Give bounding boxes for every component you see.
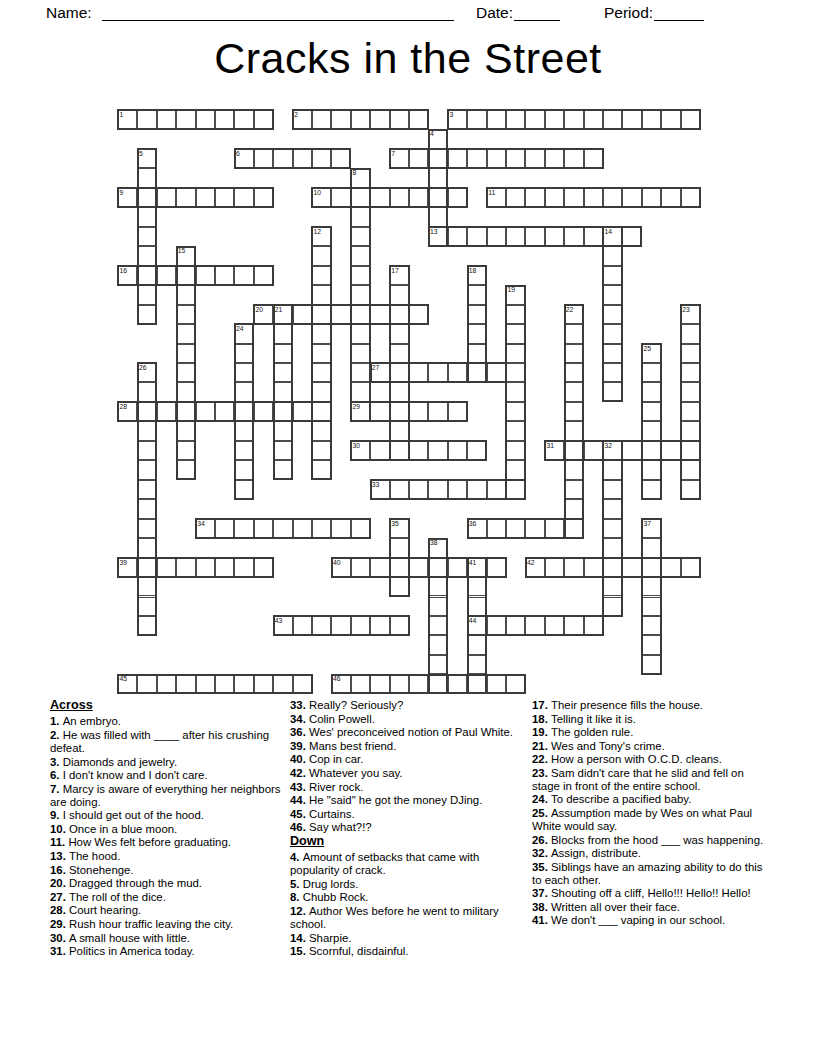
grid-cell[interactable] (506, 363, 525, 382)
grid-cell[interactable] (273, 324, 292, 343)
grid-cell[interactable] (506, 149, 525, 168)
grid-cell[interactable] (603, 577, 622, 596)
grid-cell[interactable] (312, 441, 331, 460)
grid-cell[interactable] (118, 402, 137, 421)
grid-cell[interactable] (331, 616, 350, 635)
grid-cell[interactable] (642, 344, 661, 363)
grid-cell[interactable] (564, 363, 583, 382)
grid-cell[interactable] (137, 305, 156, 324)
grid-cell[interactable] (448, 188, 467, 207)
grid-cell[interactable] (273, 149, 292, 168)
grid-cell[interactable] (564, 441, 583, 460)
grid-cell[interactable] (506, 421, 525, 440)
grid-cell[interactable] (137, 421, 156, 440)
grid-cell[interactable] (409, 149, 428, 168)
grid-cell[interactable] (176, 382, 195, 401)
grid-cell[interactable] (506, 480, 525, 499)
grid-cell[interactable] (196, 402, 215, 421)
grid-cell[interactable] (254, 305, 273, 324)
grid-cell[interactable] (312, 285, 331, 304)
grid-cell[interactable] (428, 655, 447, 674)
grid-cell[interactable] (467, 480, 486, 499)
grid-cell[interactable] (234, 421, 253, 440)
grid-cell[interactable] (545, 227, 564, 246)
grid-cell[interactable] (409, 402, 428, 421)
grid-cell[interactable] (564, 227, 583, 246)
grid-cell[interactable] (370, 674, 389, 693)
grid-cell[interactable] (215, 110, 234, 129)
grid-cell[interactable] (409, 188, 428, 207)
grid-cell[interactable] (409, 558, 428, 577)
grid-cell[interactable] (234, 460, 253, 479)
grid-cell[interactable] (137, 499, 156, 518)
grid-cell[interactable] (467, 441, 486, 460)
grid-cell[interactable] (390, 616, 409, 635)
grid-cell[interactable] (506, 110, 525, 129)
grid-cell[interactable] (525, 558, 544, 577)
grid-cell[interactable] (545, 110, 564, 129)
grid-cell[interactable] (273, 674, 292, 693)
grid-cell[interactable] (487, 363, 506, 382)
grid-cell[interactable] (176, 188, 195, 207)
grid-cell[interactable] (603, 266, 622, 285)
grid-cell[interactable] (312, 382, 331, 401)
grid-cell[interactable] (370, 441, 389, 460)
grid-cell[interactable] (681, 421, 700, 440)
grid-cell[interactable] (584, 441, 603, 460)
grid-cell[interactable] (390, 402, 409, 421)
grid-cell[interactable] (681, 363, 700, 382)
grid-cell[interactable] (603, 363, 622, 382)
grid-cell[interactable] (137, 616, 156, 635)
grid-cell[interactable] (525, 188, 544, 207)
grid-cell[interactable] (681, 324, 700, 343)
grid-cell[interactable] (448, 110, 467, 129)
grid-cell[interactable] (564, 480, 583, 499)
grid-cell[interactable] (234, 558, 253, 577)
grid-cell[interactable] (525, 110, 544, 129)
grid-cell[interactable] (137, 480, 156, 499)
grid-cell[interactable] (487, 519, 506, 538)
grid-cell[interactable] (351, 382, 370, 401)
grid-cell[interactable] (603, 305, 622, 324)
grid-cell[interactable] (390, 538, 409, 557)
grid-cell[interactable] (157, 188, 176, 207)
grid-cell[interactable] (234, 344, 253, 363)
grid-cell[interactable] (273, 441, 292, 460)
grid-cell[interactable] (273, 421, 292, 440)
grid-cell[interactable] (525, 149, 544, 168)
grid-cell[interactable] (351, 519, 370, 538)
grid-cell[interactable] (409, 305, 428, 324)
grid-cell[interactable] (564, 460, 583, 479)
grid-cell[interactable] (137, 674, 156, 693)
grid-cell[interactable] (137, 285, 156, 304)
grid-cell[interactable] (137, 382, 156, 401)
grid-cell[interactable] (351, 110, 370, 129)
grid-cell[interactable] (487, 480, 506, 499)
grid-cell[interactable] (603, 382, 622, 401)
grid-cell[interactable] (234, 480, 253, 499)
grid-cell[interactable] (118, 266, 137, 285)
grid-cell[interactable] (545, 188, 564, 207)
grid-cell[interactable] (331, 149, 350, 168)
grid-cell[interactable] (681, 188, 700, 207)
grid-cell[interactable] (506, 441, 525, 460)
grid-cell[interactable] (622, 441, 641, 460)
grid-cell[interactable] (118, 674, 137, 693)
grid-cell[interactable] (351, 344, 370, 363)
grid-cell[interactable] (564, 558, 583, 577)
grid-cell[interactable] (681, 441, 700, 460)
grid-cell[interactable] (293, 149, 312, 168)
grid-cell[interactable] (215, 188, 234, 207)
grid-cell[interactable] (622, 558, 641, 577)
grid-cell[interactable] (254, 519, 273, 538)
grid-cell[interactable] (506, 382, 525, 401)
grid-cell[interactable] (545, 149, 564, 168)
grid-cell[interactable] (409, 363, 428, 382)
grid-cell[interactable] (448, 674, 467, 693)
grid-cell[interactable] (157, 266, 176, 285)
grid-cell[interactable] (312, 149, 331, 168)
grid-cell[interactable] (467, 363, 486, 382)
grid-cell[interactable] (642, 363, 661, 382)
grid-cell[interactable] (642, 382, 661, 401)
grid-cell[interactable] (390, 577, 409, 596)
grid-cell[interactable] (351, 674, 370, 693)
grid-cell[interactable] (584, 149, 603, 168)
grid-cell[interactable] (351, 616, 370, 635)
grid-cell[interactable] (273, 305, 292, 324)
grid-cell[interactable] (603, 285, 622, 304)
grid-cell[interactable] (622, 227, 641, 246)
grid-cell[interactable] (234, 188, 253, 207)
grid-cell[interactable] (428, 674, 447, 693)
grid-cell[interactable] (448, 480, 467, 499)
grid-cell[interactable] (506, 188, 525, 207)
grid-cell[interactable] (564, 324, 583, 343)
grid-cell[interactable] (584, 188, 603, 207)
grid-cell[interactable] (525, 616, 544, 635)
grid-cell[interactable] (137, 460, 156, 479)
grid-cell[interactable] (351, 363, 370, 382)
grid-cell[interactable] (351, 207, 370, 226)
grid-cell[interactable] (254, 110, 273, 129)
grid-cell[interactable] (137, 577, 156, 596)
grid-cell[interactable] (448, 441, 467, 460)
grid-cell[interactable] (254, 149, 273, 168)
grid-cell[interactable] (196, 188, 215, 207)
period-line[interactable] (654, 20, 704, 21)
grid-cell[interactable] (234, 363, 253, 382)
grid-cell[interactable] (137, 207, 156, 226)
grid-cell[interactable] (428, 577, 447, 596)
grid-cell[interactable] (293, 110, 312, 129)
grid-cell[interactable] (254, 266, 273, 285)
grid-cell[interactable] (467, 519, 486, 538)
grid-cell[interactable] (137, 227, 156, 246)
date-line[interactable] (514, 20, 560, 21)
grid-cell[interactable] (448, 149, 467, 168)
grid-cell[interactable] (331, 110, 350, 129)
grid-cell[interactable] (176, 305, 195, 324)
grid-cell[interactable] (681, 402, 700, 421)
grid-cell[interactable] (312, 344, 331, 363)
grid-cell[interactable] (525, 519, 544, 538)
grid-cell[interactable] (603, 324, 622, 343)
grid-cell[interactable] (234, 110, 253, 129)
grid-cell[interactable] (331, 519, 350, 538)
grid-cell[interactable] (467, 558, 486, 577)
grid-cell[interactable] (681, 558, 700, 577)
grid-cell[interactable] (196, 110, 215, 129)
grid-cell[interactable] (176, 460, 195, 479)
grid-cell[interactable] (467, 674, 486, 693)
grid-cell[interactable] (428, 188, 447, 207)
grid-cell[interactable] (642, 558, 661, 577)
grid-cell[interactable] (273, 363, 292, 382)
grid-cell[interactable] (506, 402, 525, 421)
grid-cell[interactable] (254, 674, 273, 693)
grid-cell[interactable] (312, 305, 331, 324)
grid-cell[interactable] (293, 402, 312, 421)
grid-cell[interactable] (234, 149, 253, 168)
grid-cell[interactable] (351, 246, 370, 265)
grid-cell[interactable] (234, 402, 253, 421)
grid-cell[interactable] (506, 519, 525, 538)
grid-cell[interactable] (545, 441, 564, 460)
grid-cell[interactable] (506, 674, 525, 693)
grid-cell[interactable] (273, 382, 292, 401)
grid-cell[interactable] (351, 227, 370, 246)
grid-cell[interactable] (390, 441, 409, 460)
grid-cell[interactable] (331, 558, 350, 577)
grid-cell[interactable] (467, 616, 486, 635)
grid-cell[interactable] (409, 441, 428, 460)
grid-cell[interactable] (642, 597, 661, 616)
grid-cell[interactable] (448, 227, 467, 246)
grid-cell[interactable] (390, 558, 409, 577)
grid-cell[interactable] (215, 558, 234, 577)
grid-cell[interactable] (564, 149, 583, 168)
grid-cell[interactable] (603, 597, 622, 616)
grid-cell[interactable] (234, 441, 253, 460)
grid-cell[interactable] (312, 188, 331, 207)
grid-cell[interactable] (603, 538, 622, 557)
grid-cell[interactable] (215, 674, 234, 693)
grid-cell[interactable] (428, 635, 447, 654)
grid-cell[interactable] (157, 674, 176, 693)
grid-cell[interactable] (254, 188, 273, 207)
grid-cell[interactable] (603, 110, 622, 129)
grid-cell[interactable] (273, 460, 292, 479)
grid-cell[interactable] (428, 129, 447, 148)
grid-cell[interactable] (603, 460, 622, 479)
grid-cell[interactable] (622, 188, 641, 207)
grid-cell[interactable] (467, 305, 486, 324)
grid-cell[interactable] (215, 266, 234, 285)
grid-cell[interactable] (390, 480, 409, 499)
grid-cell[interactable] (428, 168, 447, 187)
grid-cell[interactable] (603, 480, 622, 499)
grid-cell[interactable] (564, 402, 583, 421)
grid-cell[interactable] (312, 324, 331, 343)
grid-cell[interactable] (331, 305, 350, 324)
grid-cell[interactable] (564, 499, 583, 518)
grid-cell[interactable] (390, 149, 409, 168)
grid-cell[interactable] (661, 558, 680, 577)
grid-cell[interactable] (312, 402, 331, 421)
grid-cell[interactable] (176, 421, 195, 440)
grid-cell[interactable] (351, 285, 370, 304)
grid-cell[interactable] (370, 616, 389, 635)
grid-cell[interactable] (467, 149, 486, 168)
grid-cell[interactable] (564, 110, 583, 129)
grid-cell[interactable] (176, 324, 195, 343)
grid-cell[interactable] (196, 674, 215, 693)
grid-cell[interactable] (681, 344, 700, 363)
grid-cell[interactable] (351, 266, 370, 285)
grid-cell[interactable] (467, 577, 486, 596)
grid-cell[interactable] (506, 460, 525, 479)
grid-cell[interactable] (312, 227, 331, 246)
grid-cell[interactable] (603, 227, 622, 246)
grid-cell[interactable] (137, 246, 156, 265)
grid-cell[interactable] (603, 499, 622, 518)
grid-cell[interactable] (428, 480, 447, 499)
grid-cell[interactable] (603, 188, 622, 207)
grid-cell[interactable] (157, 558, 176, 577)
grid-cell[interactable] (312, 266, 331, 285)
grid-cell[interactable] (642, 110, 661, 129)
grid-cell[interactable] (467, 110, 486, 129)
grid-cell[interactable] (390, 519, 409, 538)
grid-cell[interactable] (428, 597, 447, 616)
grid-cell[interactable] (215, 402, 234, 421)
grid-cell[interactable] (545, 558, 564, 577)
grid-cell[interactable] (254, 558, 273, 577)
grid-cell[interactable] (176, 363, 195, 382)
grid-cell[interactable] (642, 538, 661, 557)
grid-cell[interactable] (137, 402, 156, 421)
grid-cell[interactable] (545, 616, 564, 635)
grid-cell[interactable] (390, 382, 409, 401)
grid-cell[interactable] (642, 635, 661, 654)
grid-cell[interactable] (428, 363, 447, 382)
grid-cell[interactable] (176, 441, 195, 460)
grid-cell[interactable] (448, 558, 467, 577)
grid-cell[interactable] (176, 402, 195, 421)
grid-cell[interactable] (487, 558, 506, 577)
grid-cell[interactable] (642, 402, 661, 421)
grid-cell[interactable] (603, 441, 622, 460)
grid-cell[interactable] (137, 168, 156, 187)
grid-cell[interactable] (525, 227, 544, 246)
grid-cell[interactable] (390, 110, 409, 129)
grid-cell[interactable] (118, 110, 137, 129)
grid-cell[interactable] (642, 655, 661, 674)
grid-cell[interactable] (196, 558, 215, 577)
grid-cell[interactable] (448, 402, 467, 421)
grid-cell[interactable] (234, 266, 253, 285)
grid-cell[interactable] (467, 655, 486, 674)
grid-cell[interactable] (273, 402, 292, 421)
grid-cell[interactable] (312, 460, 331, 479)
grid-cell[interactable] (312, 519, 331, 538)
grid-cell[interactable] (603, 519, 622, 538)
grid-cell[interactable] (448, 363, 467, 382)
grid-cell[interactable] (603, 344, 622, 363)
grid-cell[interactable] (506, 227, 525, 246)
grid-cell[interactable] (118, 188, 137, 207)
grid-cell[interactable] (642, 460, 661, 479)
grid-cell[interactable] (428, 558, 447, 577)
grid-cell[interactable] (428, 149, 447, 168)
grid-cell[interactable] (351, 168, 370, 187)
grid-cell[interactable] (642, 441, 661, 460)
grid-cell[interactable] (642, 519, 661, 538)
grid-cell[interactable] (409, 674, 428, 693)
grid-cell[interactable] (312, 421, 331, 440)
grid-cell[interactable] (487, 616, 506, 635)
name-line[interactable] (102, 20, 454, 21)
grid-cell[interactable] (351, 402, 370, 421)
grid-cell[interactable] (467, 344, 486, 363)
grid-cell[interactable] (234, 519, 253, 538)
grid-cell[interactable] (584, 558, 603, 577)
grid-cell[interactable] (642, 188, 661, 207)
grid-cell[interactable] (176, 558, 195, 577)
grid-cell[interactable] (622, 110, 641, 129)
grid-cell[interactable] (487, 149, 506, 168)
grid-cell[interactable] (390, 266, 409, 285)
grid-cell[interactable] (390, 344, 409, 363)
grid-cell[interactable] (234, 674, 253, 693)
grid-cell[interactable] (506, 285, 525, 304)
grid-cell[interactable] (603, 558, 622, 577)
grid-cell[interactable] (428, 402, 447, 421)
grid-cell[interactable] (273, 519, 292, 538)
grid-cell[interactable] (370, 188, 389, 207)
grid-cell[interactable] (467, 266, 486, 285)
grid-cell[interactable] (467, 597, 486, 616)
grid-cell[interactable] (196, 266, 215, 285)
grid-cell[interactable] (137, 110, 156, 129)
grid-cell[interactable] (390, 324, 409, 343)
grid-cell[interactable] (467, 285, 486, 304)
grid-cell[interactable] (545, 519, 564, 538)
grid-cell[interactable] (118, 558, 137, 577)
grid-cell[interactable] (661, 188, 680, 207)
grid-cell[interactable] (467, 227, 486, 246)
grid-cell[interactable] (273, 616, 292, 635)
grid-cell[interactable] (564, 382, 583, 401)
grid-cell[interactable] (506, 616, 525, 635)
grid-cell[interactable] (351, 305, 370, 324)
grid-cell[interactable] (409, 480, 428, 499)
grid-cell[interactable] (176, 266, 195, 285)
grid-cell[interactable] (351, 324, 370, 343)
grid-cell[interactable] (584, 110, 603, 129)
grid-cell[interactable] (312, 246, 331, 265)
grid-cell[interactable] (215, 519, 234, 538)
grid-cell[interactable] (428, 616, 447, 635)
grid-cell[interactable] (137, 363, 156, 382)
grid-cell[interactable] (390, 305, 409, 324)
grid-cell[interactable] (137, 538, 156, 557)
grid-cell[interactable] (331, 188, 350, 207)
